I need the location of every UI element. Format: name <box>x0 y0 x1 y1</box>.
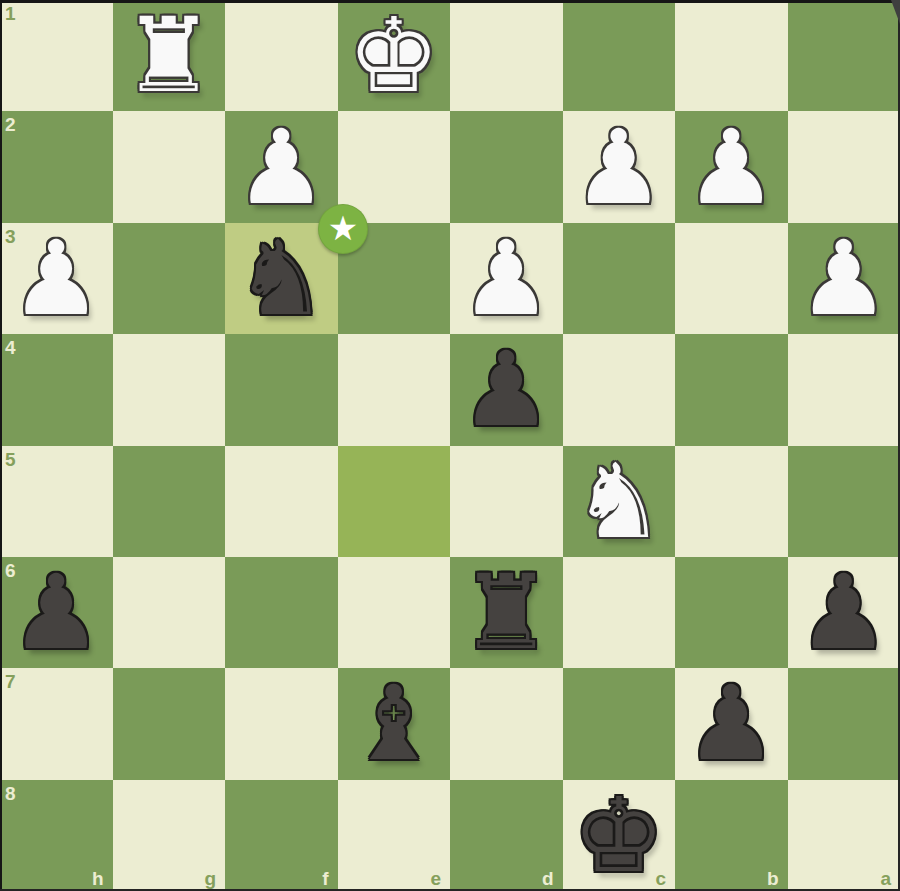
square-h7[interactable]: 7 <box>0 668 113 779</box>
white-rook[interactable]: ♜ <box>123 0 215 111</box>
rank-label-8: 8 <box>5 784 16 803</box>
square-b6[interactable] <box>675 557 788 668</box>
square-g8[interactable]: g <box>113 780 226 891</box>
file-label-f: f <box>322 869 328 888</box>
rank-label-2: 2 <box>5 115 16 134</box>
rank-label-1: 1 <box>5 4 16 23</box>
black-pawn[interactable]: ♟ <box>685 668 777 779</box>
square-c5[interactable]: ♞ <box>563 446 676 557</box>
square-e4[interactable] <box>338 334 451 445</box>
black-pawn[interactable]: ♟ <box>798 557 890 668</box>
square-e8[interactable]: e <box>338 780 451 891</box>
square-d4[interactable]: ♟ <box>450 334 563 445</box>
rank-label-7: 7 <box>5 672 16 691</box>
square-b8[interactable]: b <box>675 780 788 891</box>
square-c8[interactable]: ♚c <box>563 780 676 891</box>
square-g1[interactable]: ♜ <box>113 0 226 111</box>
white-king[interactable]: ♚ <box>348 0 440 111</box>
rank-label-4: 4 <box>5 338 16 357</box>
black-pawn[interactable]: ♟ <box>10 557 102 668</box>
file-label-e: e <box>430 869 441 888</box>
board-edge-left <box>0 0 2 891</box>
square-e6[interactable] <box>338 557 451 668</box>
square-e7[interactable]: ♝ <box>338 668 451 779</box>
square-h6[interactable]: ♟6 <box>0 557 113 668</box>
square-a3[interactable]: ♟ <box>788 223 900 334</box>
file-label-d: d <box>542 869 554 888</box>
square-a1[interactable] <box>788 0 900 111</box>
black-pawn[interactable]: ♟ <box>460 334 552 445</box>
black-bishop[interactable]: ♝ <box>348 668 440 779</box>
square-f4[interactable] <box>225 334 338 445</box>
square-g4[interactable] <box>113 334 226 445</box>
square-g2[interactable] <box>113 111 226 222</box>
square-f8[interactable]: f <box>225 780 338 891</box>
best-move-star-badge: ★ <box>318 204 368 254</box>
square-d2[interactable] <box>450 111 563 222</box>
square-c3[interactable] <box>563 223 676 334</box>
square-d3[interactable]: ♟ <box>450 223 563 334</box>
white-pawn[interactable]: ♟ <box>10 223 102 334</box>
file-label-a: a <box>880 869 891 888</box>
square-b3[interactable] <box>675 223 788 334</box>
square-c2[interactable]: ♟ <box>563 111 676 222</box>
square-f7[interactable] <box>225 668 338 779</box>
file-label-c: c <box>655 869 666 888</box>
black-knight[interactable]: ♞ <box>235 223 327 334</box>
square-b1[interactable] <box>675 0 788 111</box>
white-pawn[interactable]: ♟ <box>235 112 327 223</box>
square-b5[interactable] <box>675 446 788 557</box>
rank-label-3: 3 <box>5 227 16 246</box>
square-c1[interactable] <box>563 0 676 111</box>
chess-board[interactable]: 1♜♚2♟♟♟♟3♞♟♟4♟5♞♟6♜♟7♝♟8hgfed♚cba ★ <box>0 0 900 891</box>
square-a7[interactable] <box>788 668 900 779</box>
square-a2[interactable] <box>788 111 900 222</box>
square-g5[interactable] <box>113 446 226 557</box>
black-king[interactable]: ♚ <box>573 780 665 891</box>
square-f2[interactable]: ♟ <box>225 111 338 222</box>
square-f1[interactable] <box>225 0 338 111</box>
square-b7[interactable]: ♟ <box>675 668 788 779</box>
file-label-h: h <box>92 869 104 888</box>
white-pawn[interactable]: ♟ <box>573 112 665 223</box>
square-c7[interactable] <box>563 668 676 779</box>
square-h2[interactable]: 2 <box>0 111 113 222</box>
white-pawn[interactable]: ♟ <box>685 112 777 223</box>
square-h4[interactable]: 4 <box>0 334 113 445</box>
square-c6[interactable] <box>563 557 676 668</box>
star-icon: ★ <box>328 211 358 245</box>
square-e1[interactable]: ♚ <box>338 0 451 111</box>
rank-label-5: 5 <box>5 450 16 469</box>
square-b4[interactable] <box>675 334 788 445</box>
square-d8[interactable]: d <box>450 780 563 891</box>
square-b2[interactable]: ♟ <box>675 111 788 222</box>
square-f6[interactable] <box>225 557 338 668</box>
square-h3[interactable]: ♟3 <box>0 223 113 334</box>
square-h5[interactable]: 5 <box>0 446 113 557</box>
white-pawn[interactable]: ♟ <box>460 223 552 334</box>
file-label-b: b <box>767 869 779 888</box>
white-pawn[interactable]: ♟ <box>798 223 890 334</box>
board-edge-top <box>0 0 900 3</box>
square-d7[interactable] <box>450 668 563 779</box>
square-a6[interactable]: ♟ <box>788 557 900 668</box>
square-a5[interactable] <box>788 446 900 557</box>
square-g7[interactable] <box>113 668 226 779</box>
square-h8[interactable]: 8h <box>0 780 113 891</box>
square-g3[interactable] <box>113 223 226 334</box>
square-d1[interactable] <box>450 0 563 111</box>
white-knight[interactable]: ♞ <box>573 446 665 557</box>
square-c4[interactable] <box>563 334 676 445</box>
square-f5[interactable] <box>225 446 338 557</box>
square-a8[interactable]: a <box>788 780 900 891</box>
rank-label-6: 6 <box>5 561 16 580</box>
square-e5[interactable] <box>338 446 451 557</box>
square-d6[interactable]: ♜ <box>450 557 563 668</box>
file-label-g: g <box>204 869 216 888</box>
square-g6[interactable] <box>113 557 226 668</box>
square-d5[interactable] <box>450 446 563 557</box>
square-a4[interactable] <box>788 334 900 445</box>
black-rook[interactable]: ♜ <box>460 557 552 668</box>
square-h1[interactable]: 1 <box>0 0 113 111</box>
